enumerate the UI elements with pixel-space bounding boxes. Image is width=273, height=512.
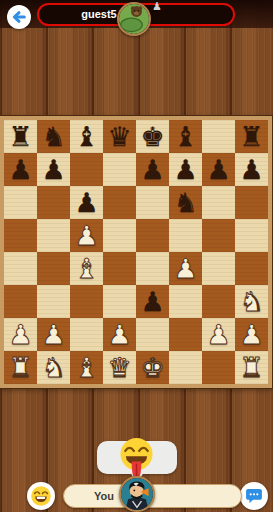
square-f7[interactable]: ♟ — [169, 153, 202, 186]
square-f5[interactable] — [169, 219, 202, 252]
white-pawn-piece[interactable]: ♟ — [235, 318, 268, 351]
black-king-piece[interactable]: ♚ — [136, 120, 169, 153]
square-g6[interactable] — [202, 186, 235, 219]
black-pawn-piece[interactable]: ♟ — [235, 153, 268, 186]
square-g3[interactable] — [202, 285, 235, 318]
black-queen-piece[interactable]: ♛ — [103, 120, 136, 153]
square-a6[interactable] — [4, 186, 37, 219]
black-pawn-piece[interactable]: ♟ — [4, 153, 37, 186]
pirate-avatar-icon — [121, 478, 153, 510]
white-knight-piece[interactable]: ♞ — [235, 285, 268, 318]
white-rook-piece[interactable]: ♜ — [4, 351, 37, 384]
bear-avatar-icon — [119, 4, 149, 34]
square-d8[interactable]: ♛ — [103, 120, 136, 153]
black-pawn-piece[interactable]: ♟ — [37, 153, 70, 186]
white-pawn-icon: ♟ — [152, 0, 162, 13]
square-g7[interactable]: ♟ — [202, 153, 235, 186]
square-g1[interactable] — [202, 351, 235, 384]
white-pawn-piece[interactable]: ♟ — [37, 318, 70, 351]
square-h7[interactable]: ♟ — [235, 153, 268, 186]
square-f8[interactable]: ♝ — [169, 120, 202, 153]
chess-board[interactable]: ♜♞♝♛♚♝♜♟♟♟♟♟♟♟♞♟♝♟♟♞♟♟♟♟♟♜♞♝♛♚♜ — [0, 116, 272, 388]
square-b8[interactable]: ♞ — [37, 120, 70, 153]
square-h8[interactable]: ♜ — [235, 120, 268, 153]
black-pawn-piece[interactable]: ♟ — [169, 153, 202, 186]
square-a2[interactable]: ♟ — [4, 318, 37, 351]
square-f3[interactable] — [169, 285, 202, 318]
chat-bubble-icon — [244, 486, 264, 506]
square-e1[interactable]: ♚ — [136, 351, 169, 384]
square-f4[interactable]: ♟ — [169, 252, 202, 285]
square-h5[interactable] — [235, 219, 268, 252]
white-pawn-piece[interactable]: ♟ — [4, 318, 37, 351]
white-queen-piece[interactable]: ♛ — [103, 351, 136, 384]
square-a4[interactable] — [4, 252, 37, 285]
white-pawn-piece[interactable]: ♟ — [169, 252, 202, 285]
opponent-avatar[interactable] — [117, 2, 151, 36]
white-bishop-piece[interactable]: ♝ — [70, 252, 103, 285]
black-knight-piece[interactable]: ♞ — [169, 186, 202, 219]
square-d1[interactable]: ♛ — [103, 351, 136, 384]
square-c4[interactable]: ♝ — [70, 252, 103, 285]
square-d6[interactable] — [103, 186, 136, 219]
square-h2[interactable]: ♟ — [235, 318, 268, 351]
white-king-piece[interactable]: ♚ — [136, 351, 169, 384]
black-pawn-piece[interactable]: ♟ — [136, 153, 169, 186]
square-e8[interactable]: ♚ — [136, 120, 169, 153]
square-a1[interactable]: ♜ — [4, 351, 37, 384]
square-e4[interactable] — [136, 252, 169, 285]
square-g8[interactable] — [202, 120, 235, 153]
square-a7[interactable]: ♟ — [4, 153, 37, 186]
square-e2[interactable] — [136, 318, 169, 351]
square-e6[interactable] — [136, 186, 169, 219]
square-c2[interactable] — [70, 318, 103, 351]
square-b6[interactable] — [37, 186, 70, 219]
emote-button[interactable] — [27, 482, 55, 510]
square-c3[interactable] — [70, 285, 103, 318]
square-f1[interactable] — [169, 351, 202, 384]
square-c1[interactable]: ♝ — [70, 351, 103, 384]
square-a8[interactable]: ♜ — [4, 120, 37, 153]
square-a3[interactable] — [4, 285, 37, 318]
square-g2[interactable]: ♟ — [202, 318, 235, 351]
square-c6[interactable]: ♟ — [70, 186, 103, 219]
black-rook-piece[interactable]: ♜ — [4, 120, 37, 153]
arrow-left-icon — [11, 9, 27, 25]
square-e7[interactable]: ♟ — [136, 153, 169, 186]
square-c8[interactable]: ♝ — [70, 120, 103, 153]
black-pawn-piece[interactable]: ♟ — [202, 153, 235, 186]
chat-button[interactable] — [240, 482, 268, 510]
black-pawn-piece[interactable]: ♟ — [136, 285, 169, 318]
square-c7[interactable] — [70, 153, 103, 186]
square-f6[interactable]: ♞ — [169, 186, 202, 219]
square-h1[interactable]: ♜ — [235, 351, 268, 384]
square-a5[interactable] — [4, 219, 37, 252]
black-knight-piece[interactable]: ♞ — [37, 120, 70, 153]
square-b3[interactable] — [37, 285, 70, 318]
square-d7[interactable] — [103, 153, 136, 186]
square-b5[interactable] — [37, 219, 70, 252]
black-pawn-piece[interactable]: ♟ — [70, 186, 103, 219]
black-bishop-piece[interactable]: ♝ — [70, 120, 103, 153]
black-rook-piece[interactable]: ♜ — [235, 120, 268, 153]
back-button[interactable] — [7, 5, 31, 29]
square-d4[interactable] — [103, 252, 136, 285]
white-bishop-piece[interactable]: ♝ — [70, 351, 103, 384]
square-d2[interactable]: ♟ — [103, 318, 136, 351]
game-screen: guest5 ♟ ♜♞♝♛♚♝♜♟♟♟♟♟♟♟♞♟♝♟♟♞♟♟♟♟♟♜♞♝♛♚♜ — [0, 0, 273, 512]
white-pawn-piece[interactable]: ♟ — [70, 219, 103, 252]
square-b2[interactable]: ♟ — [37, 318, 70, 351]
square-c5[interactable]: ♟ — [70, 219, 103, 252]
square-b4[interactable] — [37, 252, 70, 285]
square-g4[interactable] — [202, 252, 235, 285]
player-avatar[interactable] — [119, 476, 155, 512]
square-h4[interactable] — [235, 252, 268, 285]
white-rook-piece[interactable]: ♜ — [235, 351, 268, 384]
square-b7[interactable]: ♟ — [37, 153, 70, 186]
square-h3[interactable]: ♞ — [235, 285, 268, 318]
laughing-emoji-icon — [30, 485, 52, 507]
white-pawn-piece[interactable]: ♟ — [103, 318, 136, 351]
square-b1[interactable]: ♞ — [37, 351, 70, 384]
square-d5[interactable] — [103, 219, 136, 252]
black-bishop-piece[interactable]: ♝ — [169, 120, 202, 153]
square-e5[interactable] — [136, 219, 169, 252]
square-h6[interactable] — [235, 186, 268, 219]
square-f2[interactable] — [169, 318, 202, 351]
square-e3[interactable]: ♟ — [136, 285, 169, 318]
square-d3[interactable] — [103, 285, 136, 318]
white-pawn-piece[interactable]: ♟ — [202, 318, 235, 351]
square-g5[interactable] — [202, 219, 235, 252]
white-knight-piece[interactable]: ♞ — [37, 351, 70, 384]
